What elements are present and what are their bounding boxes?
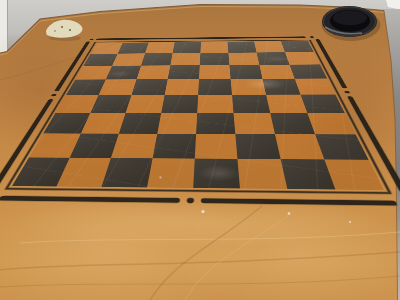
square-h8 [281, 41, 314, 52]
square-f3 [234, 113, 275, 134]
square-d2 [153, 134, 196, 159]
square-d7 [170, 53, 200, 65]
square-e5 [198, 79, 232, 95]
square-d6 [168, 65, 200, 79]
square-b6 [106, 66, 141, 80]
wood-highlight [15, 196, 385, 248]
square-d1 [147, 158, 195, 188]
square-e8 [200, 42, 228, 53]
square-e2 [195, 134, 238, 159]
square-f8 [227, 42, 256, 53]
square-f5 [231, 79, 266, 95]
square-e1 [193, 159, 240, 189]
square-c1 [101, 158, 152, 187]
square-g8 [254, 41, 285, 52]
square-e3 [196, 113, 235, 134]
square-b5 [99, 79, 137, 95]
square-d3 [157, 113, 197, 134]
square-c6 [137, 65, 171, 79]
square-c2 [111, 134, 157, 159]
square-e7 [200, 53, 230, 65]
square-h6 [290, 64, 328, 78]
square-e6 [199, 65, 231, 79]
square-b7 [112, 53, 145, 65]
square-f6 [229, 65, 262, 79]
square-d4 [161, 95, 198, 113]
square-c7 [141, 53, 173, 65]
square-f7 [228, 52, 259, 65]
square-b8 [118, 43, 149, 54]
square-f2 [235, 134, 280, 159]
square-c4 [126, 95, 165, 113]
square-d5 [165, 79, 199, 95]
square-c5 [131, 79, 167, 95]
photo-stage [0, 0, 400, 300]
square-f1 [237, 159, 287, 189]
square-d8 [173, 42, 201, 53]
square-c3 [119, 113, 161, 134]
square-h7 [285, 52, 320, 65]
square-c8 [145, 42, 175, 53]
square-e4 [197, 95, 233, 113]
square-g7 [257, 52, 290, 65]
square-f4 [232, 95, 270, 113]
